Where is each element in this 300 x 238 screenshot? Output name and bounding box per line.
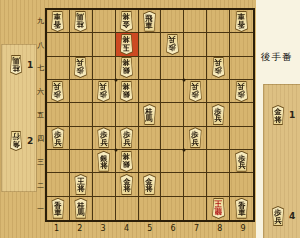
piece-face: 銀将 [118, 82, 135, 101]
gote-hand-tray: 金将1歩兵4 [263, 84, 300, 238]
rank-label-四: 四 [36, 134, 45, 144]
piece-face: 歩兵 [164, 35, 181, 54]
board-cell-8-8[interactable] [207, 33, 230, 56]
piece-香車[interactable]: 香車 [232, 198, 251, 219]
piece-kanji: 兵 [100, 139, 107, 146]
board-cell-5-2[interactable]: 金将 [139, 173, 162, 196]
piece-face: 香車 [233, 199, 250, 218]
piece-face: 飛車 [141, 12, 158, 31]
board-cell-3-4[interactable]: 歩兵 [93, 127, 116, 150]
piece-face: 歩兵 [187, 82, 204, 101]
board-cell-5-3[interactable] [139, 150, 162, 173]
piece-歩兵[interactable]: 歩兵 [48, 81, 67, 102]
piece-face: 歩兵 [187, 128, 204, 147]
turn-indicator: 後手番 [261, 51, 300, 64]
board-cell-4-4[interactable]: 歩兵 [116, 127, 139, 150]
piece-kanji: 車 [146, 22, 153, 29]
file-label-3: 3 [92, 224, 115, 233]
piece-face: 香車 [49, 12, 66, 31]
piece-kanji: 歩 [169, 44, 176, 51]
piece-kanji: 車 [54, 13, 61, 20]
piece-kanji: 馬 [77, 210, 84, 217]
piece-kanji: 馬 [12, 57, 19, 64]
board-cell-4-1[interactable] [116, 197, 139, 220]
shogi-app: 桂馬1角行2 香車桂馬金将飛車香車玉将歩兵歩兵銀将歩兵歩兵歩兵銀将歩兵歩兵桂馬歩… [0, 0, 300, 238]
board-cell-7-5[interactable] [184, 103, 207, 126]
piece-kanji: 歩 [192, 90, 199, 97]
piece-kanji: 将 [123, 83, 130, 90]
piece-face: 歩兵 [95, 82, 112, 101]
piece-face: 金将 [118, 12, 135, 31]
piece-face: 角行 [8, 132, 24, 150]
star-point [183, 78, 186, 81]
piece-face: 歩兵 [49, 82, 66, 101]
piece-face: 桂馬 [141, 105, 158, 124]
file-label-9: 9 [232, 224, 255, 233]
piece-kanji: 金 [274, 108, 281, 115]
file-label-1: 1 [45, 224, 68, 233]
board-cell-1-2[interactable] [47, 173, 70, 196]
piece-face: 香車 [49, 199, 66, 218]
piece-kanji: 龍 [214, 208, 221, 215]
piece-kanji: 歩 [100, 90, 107, 97]
piece-face: 歩兵 [49, 128, 66, 147]
board-cell-2-5[interactable] [70, 103, 93, 126]
piece-kanji: 兵 [54, 83, 61, 90]
board-cell-7-3[interactable] [184, 150, 207, 173]
piece-金将[interactable]: 金将 [140, 174, 159, 195]
file-label-5: 5 [138, 224, 161, 233]
piece-金将[interactable]: 金将 [117, 174, 136, 195]
piece-kanji: 馬 [77, 13, 84, 20]
piece-kanji: 銀 [123, 67, 130, 74]
piece-face: 桂馬 [72, 12, 89, 31]
piece-kanji: 兵 [238, 162, 245, 169]
piece-face: 桂馬 [8, 56, 24, 74]
piece-歩兵[interactable]: 歩兵 [232, 151, 251, 172]
board-cell-3-9[interactable] [93, 10, 116, 33]
piece-kanji: 銀 [123, 90, 130, 97]
board-cell-9-8[interactable] [230, 33, 253, 56]
piece-kanji: 玉 [123, 44, 130, 51]
rank-label-五: 五 [36, 110, 45, 120]
piece-歩兵[interactable]: 歩兵 [71, 57, 90, 78]
board-cell-2-7[interactable]: 歩兵 [70, 57, 93, 80]
board-cell-4-7[interactable]: 銀将 [116, 57, 139, 80]
board-cell-1-8[interactable] [47, 33, 70, 56]
hand-count: 4 [289, 211, 295, 221]
piece-kanji: 将 [100, 162, 107, 169]
piece-桂馬[interactable]: 桂馬 [140, 104, 159, 125]
board-cell-8-7[interactable]: 歩兵 [207, 57, 230, 80]
board-cell-3-3[interactable]: 銀将 [93, 150, 116, 173]
piece-face: 歩兵 [233, 82, 250, 101]
piece-kanji: 兵 [192, 139, 199, 146]
board-cell-2-1[interactable]: 桂馬 [70, 197, 93, 220]
piece-face: 銀将 [118, 58, 135, 77]
piece-香車[interactable]: 香車 [48, 198, 67, 219]
piece-face: 歩兵 [210, 105, 227, 124]
hand-slot-角行: 角行2 [7, 131, 33, 151]
hand-slot-桂馬: 桂馬1 [7, 55, 33, 75]
hand-piece-角行[interactable]: 角行 [7, 131, 25, 151]
board-cell-5-7[interactable] [139, 57, 162, 80]
star-point [114, 78, 117, 81]
rank-label-七: 七 [36, 63, 45, 73]
piece-face: 歩兵 [270, 207, 286, 225]
piece-kanji: 兵 [123, 139, 130, 146]
board-cell-6-4[interactable] [161, 127, 184, 150]
board-cell-4-8[interactable]: 玉将 [116, 33, 139, 56]
board-cell-8-9[interactable] [207, 10, 230, 33]
piece-kanji: 将 [146, 186, 153, 193]
piece-歩兵[interactable]: 歩兵 [163, 34, 182, 55]
piece-kanji: 桂 [77, 20, 84, 27]
board-cell-8-1[interactable]: 龍王 [207, 197, 230, 220]
board-cell-4-5[interactable] [116, 103, 139, 126]
board-cell-9-6[interactable]: 歩兵 [230, 80, 253, 103]
board-cell-8-6[interactable] [207, 80, 230, 103]
piece-歩兵[interactable]: 歩兵 [186, 81, 205, 102]
piece-kanji: 行 [12, 133, 19, 140]
board-cell-7-9[interactable] [184, 10, 207, 33]
board-cell-7-6[interactable]: 歩兵 [184, 80, 207, 103]
board-cell-2-6[interactable] [70, 80, 93, 103]
board-cell-4-6[interactable]: 銀将 [116, 80, 139, 103]
hand-count: 2 [27, 136, 33, 146]
piece-kanji: 兵 [192, 83, 199, 90]
board-cell-7-7[interactable] [184, 57, 207, 80]
board-cell-9-7[interactable] [230, 57, 253, 80]
piece-kanji: 兵 [214, 60, 221, 67]
board-cell-5-9[interactable]: 飛車 [139, 10, 162, 33]
piece-kanji: 歩 [77, 67, 84, 74]
piece-龍王[interactable]: 龍王 [209, 198, 228, 219]
piece-歩兵[interactable]: 歩兵 [48, 127, 67, 148]
board-cell-8-5[interactable]: 歩兵 [207, 103, 230, 126]
board-cell-9-2[interactable] [230, 173, 253, 196]
rank-label-一: 一 [36, 204, 45, 214]
piece-歩兵[interactable]: 歩兵 [209, 57, 228, 78]
piece-kanji: 将 [123, 36, 130, 43]
sente-hand-tray: 桂馬1角行2 [1, 44, 37, 192]
piece-kanji: 兵 [238, 83, 245, 90]
board-cell-3-8[interactable] [93, 33, 116, 56]
board-cell-2-8[interactable] [70, 33, 93, 56]
piece-桂馬[interactable]: 桂馬 [71, 11, 90, 32]
piece-face: 金将 [118, 175, 135, 194]
piece-歩兵[interactable]: 歩兵 [94, 127, 113, 148]
board-cell-7-2[interactable] [184, 173, 207, 196]
piece-kanji: 金 [123, 20, 130, 27]
rank-label-二: 二 [36, 181, 45, 191]
hand-piece-歩兵[interactable]: 歩兵 [269, 206, 287, 226]
board-cell-9-5[interactable] [230, 103, 253, 126]
file-label-8: 8 [208, 224, 231, 233]
piece-face: 香車 [233, 12, 250, 31]
piece-kanji: 兵 [100, 83, 107, 90]
board-cell-6-8[interactable]: 歩兵 [161, 33, 184, 56]
piece-face: 銀将 [118, 152, 135, 171]
piece-歩兵[interactable]: 歩兵 [209, 104, 228, 125]
board-cell-9-4[interactable] [230, 127, 253, 150]
piece-銀将[interactable]: 銀将 [117, 57, 136, 78]
piece-銀将[interactable]: 銀将 [117, 151, 136, 172]
board-cell-5-8[interactable] [139, 33, 162, 56]
piece-kanji: 桂 [12, 65, 19, 72]
hand-piece-桂馬[interactable]: 桂馬 [7, 55, 25, 75]
board-cell-6-9[interactable] [161, 10, 184, 33]
board-cell-5-4[interactable] [139, 127, 162, 150]
rank-label-九: 九 [36, 16, 45, 26]
board-cell-1-5[interactable] [47, 103, 70, 126]
piece-kanji: 将 [274, 116, 281, 123]
board-cell-8-3[interactable] [207, 150, 230, 173]
piece-face: 歩兵 [210, 58, 227, 77]
piece-桂馬[interactable]: 桂馬 [71, 198, 90, 219]
piece-kanji: 将 [123, 153, 130, 160]
piece-kanji: 馬 [146, 116, 153, 123]
board-cell-7-8[interactable] [184, 33, 207, 56]
board-cell-6-5[interactable] [161, 103, 184, 126]
board-cell-9-9[interactable]: 香車 [230, 10, 253, 33]
board-cell-3-1[interactable] [93, 197, 116, 220]
board-cell-3-7[interactable] [93, 57, 116, 80]
rank-label-八: 八 [36, 40, 45, 50]
board-cell-6-2[interactable] [161, 173, 184, 196]
hand-piece-金将[interactable]: 金将 [269, 105, 287, 125]
board-cell-5-5[interactable]: 桂馬 [139, 103, 162, 126]
piece-歩兵[interactable]: 歩兵 [232, 81, 251, 102]
board-cell-1-9[interactable]: 香車 [47, 10, 70, 33]
piece-face: 玉将 [118, 35, 135, 54]
board-cell-2-4[interactable] [70, 127, 93, 150]
piece-kanji: 歩 [214, 67, 221, 74]
board-cell-8-2[interactable] [207, 173, 230, 196]
piece-歩兵[interactable]: 歩兵 [117, 127, 136, 148]
rank-label-六: 六 [36, 87, 45, 97]
piece-face: 銀将 [95, 152, 112, 171]
board-cell-6-3[interactable] [161, 150, 184, 173]
piece-金将[interactable]: 金将 [117, 11, 136, 32]
piece-kanji: 兵 [274, 217, 281, 224]
piece-face: 金将 [141, 175, 158, 194]
board-cell-6-6[interactable] [161, 80, 184, 103]
piece-face: 歩兵 [72, 58, 89, 77]
hand-slot-金将: 金将1 [269, 105, 295, 125]
piece-kanji: 車 [238, 210, 245, 217]
piece-kanji: 兵 [214, 116, 221, 123]
piece-kanji: 歩 [274, 209, 281, 216]
board-cell-4-3[interactable]: 銀将 [116, 150, 139, 173]
board-cell-7-1[interactable] [184, 197, 207, 220]
piece-kanji: 将 [123, 60, 130, 67]
board-cell-2-3[interactable] [70, 150, 93, 173]
piece-香車[interactable]: 香車 [48, 11, 67, 32]
piece-kanji: 車 [54, 210, 61, 217]
piece-kanji: 歩 [238, 90, 245, 97]
piece-kanji: 車 [238, 13, 245, 20]
board-cell-4-2[interactable]: 金将 [116, 173, 139, 196]
star-point [114, 148, 117, 151]
board-cell-1-3[interactable] [47, 150, 70, 173]
piece-kanji: 香 [54, 20, 61, 27]
board-cell-1-6[interactable]: 歩兵 [47, 80, 70, 103]
board-cell-2-9[interactable]: 桂馬 [70, 10, 93, 33]
shogi-board: 香車桂馬金将飛車香車玉将歩兵歩兵銀将歩兵歩兵歩兵銀将歩兵歩兵桂馬歩兵歩兵歩兵歩兵… [45, 8, 255, 222]
piece-歩兵[interactable]: 歩兵 [186, 127, 205, 148]
piece-kanji: 将 [123, 186, 130, 193]
piece-kanji: 兵 [77, 60, 84, 67]
board-cell-5-6[interactable] [139, 80, 162, 103]
piece-銀将[interactable]: 銀将 [94, 151, 113, 172]
board-cell-8-4[interactable] [207, 127, 230, 150]
piece-face: 龍王 [210, 199, 227, 218]
piece-飛車[interactable]: 飛車 [140, 11, 159, 32]
piece-face: 歩兵 [233, 152, 250, 171]
piece-kanji: 兵 [169, 36, 176, 43]
hand-count: 1 [289, 110, 295, 120]
board-cell-3-5[interactable] [93, 103, 116, 126]
file-label-2: 2 [68, 224, 91, 233]
rank-label-三: 三 [36, 157, 45, 167]
hand-count: 1 [27, 60, 33, 70]
board-cell-9-3[interactable]: 歩兵 [230, 150, 253, 173]
board-cell-9-1[interactable]: 香車 [230, 197, 253, 220]
piece-kanji: 歩 [54, 90, 61, 97]
piece-kanji: 香 [238, 20, 245, 27]
board-cell-3-6[interactable]: 歩兵 [93, 80, 116, 103]
file-label-4: 4 [115, 224, 138, 233]
file-label-7: 7 [185, 224, 208, 233]
file-label-6: 6 [162, 224, 185, 233]
board-cell-6-1[interactable] [161, 197, 184, 220]
hand-slot-歩兵: 歩兵4 [269, 206, 295, 226]
piece-王将[interactable]: 王将 [71, 174, 90, 195]
piece-香車[interactable]: 香車 [232, 11, 251, 32]
piece-歩兵[interactable]: 歩兵 [94, 81, 113, 102]
piece-kanji: 兵 [54, 139, 61, 146]
board-cell-4-9[interactable]: 金将 [116, 10, 139, 33]
star-point [183, 148, 186, 151]
piece-kanji: 将 [77, 186, 84, 193]
board-cell-1-4[interactable]: 歩兵 [47, 127, 70, 150]
piece-face: 王将 [72, 175, 89, 194]
piece-玉将[interactable]: 玉将 [117, 34, 136, 55]
board-cell-7-4[interactable]: 歩兵 [184, 127, 207, 150]
piece-face: 歩兵 [118, 128, 135, 147]
piece-face: 歩兵 [95, 128, 112, 147]
piece-kanji: 将 [123, 13, 130, 20]
board-cell-2-2[interactable]: 王将 [70, 173, 93, 196]
piece-face: 金将 [270, 106, 286, 124]
piece-kanji: 王 [214, 200, 221, 207]
piece-kanji: 角 [12, 141, 19, 148]
board-cell-5-1[interactable] [139, 197, 162, 220]
piece-銀将[interactable]: 銀将 [117, 81, 136, 102]
piece-face: 桂馬 [72, 199, 89, 218]
board-cell-3-2[interactable] [93, 173, 116, 196]
board-cell-6-7[interactable] [161, 57, 184, 80]
board-cell-1-7[interactable] [47, 57, 70, 80]
board-cell-1-1[interactable]: 香車 [47, 197, 70, 220]
piece-kanji: 銀 [123, 160, 130, 167]
